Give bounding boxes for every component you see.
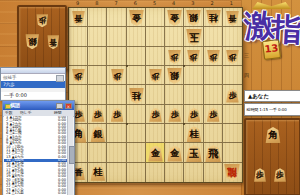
square-8-8[interactable]: [88, 143, 107, 162]
candidate-row-selected[interactable]: 7六歩: [1, 81, 65, 88]
square-1-7[interactable]: [223, 124, 242, 143]
square-5-3[interactable]: [146, 47, 165, 66]
square-4-5[interactable]: [165, 85, 184, 104]
square-8-5[interactable]: [88, 85, 107, 104]
square-6-4[interactable]: [127, 66, 146, 85]
kifu-window: 棋譜 _ × 手数 指し手 時間 1 ▲7六歩0:002 △3四歩0:003 ▲…: [2, 100, 75, 195]
gekisashi-logo: 激 指 13: [243, 1, 300, 85]
square-6-3[interactable]: [127, 47, 146, 66]
square-7-1[interactable]: [107, 8, 126, 27]
square-2-7[interactable]: [204, 124, 223, 143]
square-2-4[interactable]: [204, 66, 223, 85]
candidate-row-muted-label: 候補手: [3, 75, 17, 80]
square-6-8[interactable]: [127, 143, 146, 162]
file-label: 3: [183, 0, 202, 7]
piece-sente-角[interactable]: 角: [265, 127, 280, 143]
shogi-board: 香金金銀桂香玉歩歩歩歩歩歩歩銀桂歩歩歩歩歩歩歩歩角銀桂金金玉飛香桂龍: [68, 7, 243, 183]
kifu-titlebar[interactable]: 棋譜 _ ×: [3, 101, 74, 110]
kifu-move-list: 1 ▲7六歩0:002 △3四歩0:003 ▲2六歩0:004 △4四歩0:00…: [4, 116, 68, 195]
file-label: 5: [145, 0, 164, 7]
square-7-5[interactable]: [107, 85, 126, 104]
candidate-move-window: 候補手 7六歩 一手 0:00: [0, 67, 66, 101]
square-6-2[interactable]: [127, 27, 146, 46]
square-9-3[interactable]: [69, 47, 88, 66]
square-5-2[interactable]: [146, 27, 165, 46]
square-2-5[interactable]: [204, 85, 223, 104]
kifu-scrollbar-thumb[interactable]: [69, 146, 75, 164]
square-2-9[interactable]: [204, 163, 223, 182]
square-8-1[interactable]: [88, 8, 107, 27]
square-5-7[interactable]: [146, 124, 165, 143]
square-4-7[interactable]: [165, 124, 184, 143]
square-3-4[interactable]: [184, 66, 203, 85]
move-text: 24 △1九龍: [6, 192, 24, 195]
file-label: 9: [68, 0, 87, 7]
kifu-move-row[interactable]: 24 △1九龍0:00: [4, 192, 68, 195]
square-8-4[interactable]: [88, 66, 107, 85]
square-7-2[interactable]: [107, 27, 126, 46]
player-time-panel: 総時間 1:15 一手 0:00: [244, 103, 300, 116]
square-5-5[interactable]: [146, 85, 165, 104]
square-5-9[interactable]: [146, 163, 165, 182]
kifu-title-text: 棋譜: [10, 102, 20, 108]
piece-gote-銀[interactable]: 銀: [25, 34, 39, 49]
square-1-6[interactable]: [223, 105, 242, 124]
star-point: [126, 123, 128, 125]
square-9-2[interactable]: [69, 27, 88, 46]
file-label: 1: [222, 0, 241, 7]
square-6-9[interactable]: [127, 163, 146, 182]
shogi-app-window: 987654321 一二三四五六七八九 香金金銀桂香玉歩歩歩歩歩歩歩銀桂歩歩歩歩…: [0, 0, 300, 195]
file-label: 2: [203, 0, 222, 7]
square-1-8[interactable]: [223, 143, 242, 162]
square-3-9[interactable]: [184, 163, 203, 182]
player-name-panel: ▲あなた: [244, 90, 300, 102]
square-4-9[interactable]: [165, 163, 184, 182]
piece-gote-香[interactable]: 香: [47, 35, 59, 49]
square-8-2[interactable]: [88, 27, 107, 46]
file-label: 4: [164, 0, 183, 7]
candidate-footer-time: 一手 0:00: [1, 92, 65, 99]
file-labels: 987654321: [68, 0, 241, 7]
minimize-button[interactable]: _: [56, 103, 63, 109]
candidate-row-muted[interactable]: 候補手: [1, 74, 65, 81]
square-7-7[interactable]: [107, 124, 126, 143]
square-7-8[interactable]: [107, 143, 126, 162]
square-2-2[interactable]: [204, 27, 223, 46]
kifu-scrollbar[interactable]: [67, 116, 73, 195]
square-3-5[interactable]: [184, 85, 203, 104]
square-6-7[interactable]: [127, 124, 146, 143]
sente-captured-stand: 角歩歩: [244, 118, 300, 195]
close-button[interactable]: ×: [65, 103, 72, 109]
square-5-1[interactable]: [146, 8, 165, 27]
piece-sente-歩[interactable]: 歩: [254, 168, 266, 181]
file-label: 7: [106, 0, 125, 7]
piece-sente-歩[interactable]: 歩: [274, 168, 286, 181]
piece-gote-歩[interactable]: 歩: [36, 14, 48, 27]
square-1-4[interactable]: [223, 66, 242, 85]
logo-version-badge: 13: [262, 39, 281, 60]
square-1-2[interactable]: [223, 27, 242, 46]
star-point: [126, 65, 128, 67]
file-label: 6: [126, 0, 145, 7]
dropdown-arrow-icon[interactable]: [56, 75, 64, 82]
file-label: 8: [87, 0, 106, 7]
square-7-3[interactable]: [107, 47, 126, 66]
square-6-6[interactable]: [127, 105, 146, 124]
gote-captured-stand: 歩銀香: [17, 5, 67, 70]
square-7-9[interactable]: [107, 163, 126, 182]
move-time: 0:00: [58, 192, 66, 195]
square-8-3[interactable]: [88, 47, 107, 66]
square-4-2[interactable]: [165, 27, 184, 46]
